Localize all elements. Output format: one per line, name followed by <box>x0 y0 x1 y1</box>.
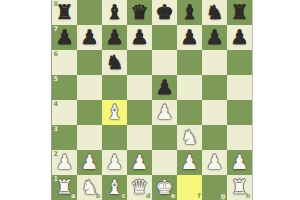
square-c4[interactable]: ♝ <box>102 100 127 125</box>
square-e7[interactable] <box>152 25 177 50</box>
page-background: 8♜♝♛♚♝♞♜7♟♟♟♟♟♟♟6♞5♟4♝♟3♞2♟♟♟♟♟♟♟1a♜b♞c♝… <box>0 0 300 200</box>
square-b6[interactable] <box>77 50 102 75</box>
square-h4[interactable] <box>227 100 252 125</box>
white-rook-a1[interactable]: ♜ <box>56 175 74 200</box>
black-king-e8[interactable]: ♚ <box>156 0 174 25</box>
square-b4[interactable] <box>77 100 102 125</box>
black-bishop-c8[interactable]: ♝ <box>106 0 124 25</box>
square-a4[interactable]: 4 <box>52 100 77 125</box>
square-g8[interactable]: ♞ <box>202 0 227 25</box>
square-h7[interactable]: ♟ <box>227 25 252 50</box>
square-f2[interactable]: ♟ <box>177 150 202 175</box>
square-e1[interactable]: e♚ <box>152 175 177 200</box>
square-f8[interactable]: ♝ <box>177 0 202 25</box>
white-king-e1[interactable]: ♚ <box>156 175 174 200</box>
square-e4[interactable]: ♟ <box>152 100 177 125</box>
black-queen-d8[interactable]: ♛ <box>131 0 149 25</box>
square-b1[interactable]: b♞ <box>77 175 102 200</box>
square-g6[interactable] <box>202 50 227 75</box>
white-pawn-c2[interactable]: ♟ <box>106 150 124 175</box>
file-label-f: f <box>198 193 201 200</box>
square-f1[interactable]: f <box>177 175 202 200</box>
square-e3[interactable] <box>152 125 177 150</box>
file-label-g: g <box>221 193 226 200</box>
black-pawn-f7[interactable]: ♟ <box>181 25 199 50</box>
square-f3[interactable]: ♞ <box>177 125 202 150</box>
square-d1[interactable]: d♛ <box>127 175 152 200</box>
white-pawn-h2[interactable]: ♟ <box>231 150 249 175</box>
square-a8[interactable]: 8♜ <box>52 0 77 25</box>
white-pawn-e4[interactable]: ♟ <box>156 100 174 125</box>
rank-label-6: 6 <box>54 51 59 58</box>
square-h8[interactable]: ♜ <box>227 0 252 25</box>
square-d4[interactable] <box>127 100 152 125</box>
black-pawn-a7[interactable]: ♟ <box>56 25 74 50</box>
black-rook-h8[interactable]: ♜ <box>231 0 249 25</box>
square-h2[interactable]: ♟ <box>227 150 252 175</box>
square-a2[interactable]: 2♟ <box>52 150 77 175</box>
square-a1[interactable]: 1a♜ <box>52 175 77 200</box>
square-g4[interactable] <box>202 100 227 125</box>
square-a5[interactable]: 5 <box>52 75 77 100</box>
square-c5[interactable] <box>102 75 127 100</box>
rank-label-4: 4 <box>54 101 59 108</box>
white-pawn-f2[interactable]: ♟ <box>181 150 199 175</box>
black-knight-c6[interactable]: ♞ <box>106 50 124 75</box>
square-g2[interactable]: ♟ <box>202 150 227 175</box>
square-a3[interactable]: 3 <box>52 125 77 150</box>
square-c3[interactable] <box>102 125 127 150</box>
square-c6[interactable]: ♞ <box>102 50 127 75</box>
square-d5[interactable] <box>127 75 152 100</box>
square-e6[interactable] <box>152 50 177 75</box>
white-knight-b1[interactable]: ♞ <box>81 175 99 200</box>
square-e8[interactable]: ♚ <box>152 0 177 25</box>
white-pawn-b2[interactable]: ♟ <box>81 150 99 175</box>
square-b7[interactable]: ♟ <box>77 25 102 50</box>
white-pawn-a2[interactable]: ♟ <box>56 150 74 175</box>
chess-board: 8♜♝♛♚♝♞♜7♟♟♟♟♟♟♟6♞5♟4♝♟3♞2♟♟♟♟♟♟♟1a♜b♞c♝… <box>52 0 252 200</box>
square-d6[interactable] <box>127 50 152 75</box>
rank-label-3: 3 <box>54 126 59 133</box>
white-bishop-c1[interactable]: ♝ <box>106 175 124 200</box>
square-h3[interactable] <box>227 125 252 150</box>
square-b5[interactable] <box>77 75 102 100</box>
white-queen-d1[interactable]: ♛ <box>131 175 149 200</box>
square-b8[interactable] <box>77 0 102 25</box>
square-d2[interactable]: ♟ <box>127 150 152 175</box>
square-d7[interactable]: ♟ <box>127 25 152 50</box>
black-pawn-c7[interactable]: ♟ <box>106 25 124 50</box>
black-rook-a8[interactable]: ♜ <box>56 0 74 25</box>
square-b3[interactable] <box>77 125 102 150</box>
square-h5[interactable] <box>227 75 252 100</box>
rank-label-5: 5 <box>54 76 59 83</box>
square-h6[interactable] <box>227 50 252 75</box>
square-d8[interactable]: ♛ <box>127 0 152 25</box>
white-rook-h1[interactable]: ♜ <box>231 175 249 200</box>
square-c1[interactable]: c♝ <box>102 175 127 200</box>
square-g1[interactable]: g <box>202 175 227 200</box>
white-pawn-g2[interactable]: ♟ <box>206 150 224 175</box>
square-e2[interactable] <box>152 150 177 175</box>
black-pawn-g7[interactable]: ♟ <box>206 25 224 50</box>
square-a7[interactable]: 7♟ <box>52 25 77 50</box>
square-f6[interactable] <box>177 50 202 75</box>
black-pawn-e5[interactable]: ♟ <box>156 75 174 100</box>
square-c7[interactable]: ♟ <box>102 25 127 50</box>
square-d3[interactable] <box>127 125 152 150</box>
black-bishop-f8[interactable]: ♝ <box>181 0 199 25</box>
square-g7[interactable]: ♟ <box>202 25 227 50</box>
square-f5[interactable] <box>177 75 202 100</box>
square-c2[interactable]: ♟ <box>102 150 127 175</box>
black-knight-g8[interactable]: ♞ <box>206 0 224 25</box>
square-h1[interactable]: h♜ <box>227 175 252 200</box>
square-c8[interactable]: ♝ <box>102 0 127 25</box>
square-a6[interactable]: 6 <box>52 50 77 75</box>
square-g3[interactable] <box>202 125 227 150</box>
black-pawn-d7[interactable]: ♟ <box>131 25 149 50</box>
square-f4[interactable] <box>177 100 202 125</box>
square-f7[interactable]: ♟ <box>177 25 202 50</box>
white-knight-f3[interactable]: ♞ <box>181 125 199 150</box>
square-b2[interactable]: ♟ <box>77 150 102 175</box>
square-e5[interactable]: ♟ <box>152 75 177 100</box>
square-g5[interactable] <box>202 75 227 100</box>
white-pawn-d2[interactable]: ♟ <box>131 150 149 175</box>
black-pawn-h7[interactable]: ♟ <box>231 25 249 50</box>
white-bishop-c4[interactable]: ♝ <box>106 100 124 125</box>
black-pawn-b7[interactable]: ♟ <box>81 25 99 50</box>
